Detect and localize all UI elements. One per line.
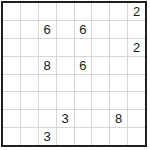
clue-cell-r8c3[interactable]: 3 xyxy=(39,128,56,145)
cell-r2c7[interactable] xyxy=(110,21,127,38)
cell-r6c1[interactable] xyxy=(3,92,20,109)
cell-r3c6[interactable] xyxy=(92,39,109,56)
cell-r2c2[interactable] xyxy=(21,21,38,38)
cell-r1c5[interactable] xyxy=(75,3,92,20)
cell-r1c2[interactable] xyxy=(21,3,38,20)
clue-cell-r4c5[interactable]: 6 xyxy=(75,57,92,74)
cell-r4c6[interactable] xyxy=(92,57,109,74)
cell-r3c4[interactable] xyxy=(57,39,74,56)
cell-r7c6[interactable] xyxy=(92,110,109,127)
cell-r5c3[interactable] xyxy=(39,75,56,92)
puzzle-grid: 266286383 xyxy=(3,3,145,145)
cell-r8c6[interactable] xyxy=(92,128,109,145)
clue-cell-r2c3[interactable]: 6 xyxy=(39,21,56,38)
clue-cell-r7c4[interactable]: 3 xyxy=(57,110,74,127)
cell-r3c3[interactable] xyxy=(39,39,56,56)
cell-r2c8[interactable] xyxy=(128,21,145,38)
cell-r2c4[interactable] xyxy=(57,21,74,38)
cell-r5c6[interactable] xyxy=(92,75,109,92)
clue-cell-r7c7[interactable]: 8 xyxy=(110,110,127,127)
cell-r8c7[interactable] xyxy=(110,128,127,145)
cell-r7c3[interactable] xyxy=(39,110,56,127)
cell-r4c8[interactable] xyxy=(128,57,145,74)
cell-r4c2[interactable] xyxy=(21,57,38,74)
clue-cell-r1c8[interactable]: 2 xyxy=(128,3,145,20)
cell-r3c5[interactable] xyxy=(75,39,92,56)
cell-r3c1[interactable] xyxy=(3,39,20,56)
cell-r3c2[interactable] xyxy=(21,39,38,56)
cell-r2c6[interactable] xyxy=(92,21,109,38)
cell-r7c2[interactable] xyxy=(21,110,38,127)
puzzle-board: 266286383 xyxy=(1,1,147,147)
clue-cell-r4c3[interactable]: 8 xyxy=(39,57,56,74)
cell-r6c5[interactable] xyxy=(75,92,92,109)
cell-r5c8[interactable] xyxy=(128,75,145,92)
cell-r5c5[interactable] xyxy=(75,75,92,92)
cell-r7c8[interactable] xyxy=(128,110,145,127)
cell-r7c5[interactable] xyxy=(75,110,92,127)
cell-r8c2[interactable] xyxy=(21,128,38,145)
cell-r5c2[interactable] xyxy=(21,75,38,92)
cell-r1c7[interactable] xyxy=(110,3,127,20)
cell-r4c7[interactable] xyxy=(110,57,127,74)
cell-r3c7[interactable] xyxy=(110,39,127,56)
cell-r5c4[interactable] xyxy=(57,75,74,92)
clue-cell-r2c5[interactable]: 6 xyxy=(75,21,92,38)
cell-r8c1[interactable] xyxy=(3,128,20,145)
cell-r8c5[interactable] xyxy=(75,128,92,145)
cell-r1c3[interactable] xyxy=(39,3,56,20)
cell-r8c4[interactable] xyxy=(57,128,74,145)
cell-r6c7[interactable] xyxy=(110,92,127,109)
cell-r1c4[interactable] xyxy=(57,3,74,20)
cell-r2c1[interactable] xyxy=(3,21,20,38)
cell-r6c2[interactable] xyxy=(21,92,38,109)
cell-r7c1[interactable] xyxy=(3,110,20,127)
cell-r5c7[interactable] xyxy=(110,75,127,92)
clue-cell-r3c8[interactable]: 2 xyxy=(128,39,145,56)
cell-r8c8[interactable] xyxy=(128,128,145,145)
cell-r6c4[interactable] xyxy=(57,92,74,109)
cell-r6c8[interactable] xyxy=(128,92,145,109)
cell-r6c3[interactable] xyxy=(39,92,56,109)
cell-r4c1[interactable] xyxy=(3,57,20,74)
cell-r4c4[interactable] xyxy=(57,57,74,74)
cell-r1c6[interactable] xyxy=(92,3,109,20)
cell-r5c1[interactable] xyxy=(3,75,20,92)
cell-r1c1[interactable] xyxy=(3,3,20,20)
cell-r6c6[interactable] xyxy=(92,92,109,109)
